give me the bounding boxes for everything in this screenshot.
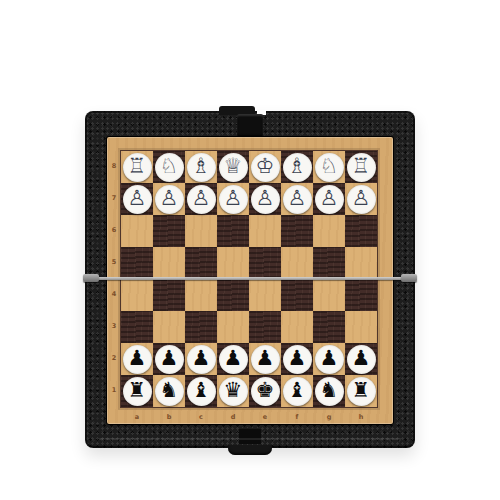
white-piece-glyph: ♗ [288,156,307,177]
chess-case: ♖♘♗♕♔♗♘♖♙♙♙♙♙♙♙♙♟♟♟♟♟♟♟♟♜♞♝♛♚♝♞♜ 8765432… [85,111,415,448]
piece-bP-f2[interactable]: ♟ [283,345,312,374]
square-a5[interactable] [121,247,153,279]
white-piece-glyph: ♘ [160,156,179,177]
piece-bP-h2[interactable]: ♟ [347,345,376,374]
piece-bB-c1[interactable]: ♝ [187,377,216,406]
piece-bP-d2[interactable]: ♟ [219,345,248,374]
square-a3[interactable] [121,311,153,343]
black-piece-glyph: ♚ [256,380,275,401]
white-piece-glyph: ♙ [224,188,243,209]
square-h1[interactable]: ♜ [345,375,377,407]
fold-seam [85,277,415,280]
square-d2[interactable]: ♟ [217,343,249,375]
square-e2[interactable]: ♟ [249,343,281,375]
piece-wP-d7[interactable]: ♙ [219,185,248,214]
square-c4[interactable] [185,279,217,311]
white-piece-glyph: ♖ [128,156,147,177]
square-f5[interactable] [281,247,313,279]
black-piece-glyph: ♟ [224,348,243,369]
square-g7[interactable]: ♙ [313,183,345,215]
file-label-c: c [185,411,217,422]
white-piece-glyph: ♙ [128,188,147,209]
square-d8[interactable]: ♕ [217,151,249,183]
white-piece-glyph: ♗ [192,156,211,177]
right-hinge [401,274,417,282]
square-d3[interactable] [217,311,249,343]
square-h7[interactable]: ♙ [345,183,377,215]
square-a4[interactable] [121,279,153,311]
white-piece-glyph: ♘ [320,156,339,177]
square-b7[interactable]: ♙ [153,183,185,215]
black-piece-glyph: ♟ [352,348,371,369]
rank-label-1: 1 [109,374,119,406]
file-label-g: g [313,411,345,422]
square-a8[interactable]: ♖ [121,151,153,183]
square-c7[interactable]: ♙ [185,183,217,215]
white-piece-glyph: ♙ [192,188,211,209]
rank-label-5: 5 [109,246,119,278]
black-piece-glyph: ♟ [192,348,211,369]
white-piece-glyph: ♕ [224,156,243,177]
bottom-latch-keeper [239,428,261,444]
white-piece-glyph: ♙ [288,188,307,209]
latch-mechanism [237,114,263,137]
piece-wP-b7[interactable]: ♙ [155,185,184,214]
chess-board: ♖♘♗♕♔♗♘♖♙♙♙♙♙♙♙♙♟♟♟♟♟♟♟♟♜♞♝♛♚♝♞♜ 8765432… [107,137,393,424]
piece-wP-c7[interactable]: ♙ [187,185,216,214]
piece-wP-g7[interactable]: ♙ [315,185,344,214]
square-b5[interactable] [153,247,185,279]
square-f6[interactable] [281,215,313,247]
file-label-h: h [345,411,377,422]
square-e3[interactable] [249,311,281,343]
piece-bQ-d1[interactable]: ♛ [219,377,248,406]
piece-bR-h1[interactable]: ♜ [347,377,376,406]
white-piece-glyph: ♙ [256,188,275,209]
white-piece-glyph: ♔ [256,156,275,177]
piece-wN-b8[interactable]: ♘ [155,153,184,182]
black-piece-glyph: ♟ [128,348,147,369]
piece-wP-h7[interactable]: ♙ [347,185,376,214]
square-d5[interactable] [217,247,249,279]
square-a2[interactable]: ♟ [121,343,153,375]
piece-wN-g8[interactable]: ♘ [315,153,344,182]
square-g2[interactable]: ♟ [313,343,345,375]
square-b1[interactable]: ♞ [153,375,185,407]
square-f2[interactable]: ♟ [281,343,313,375]
left-hinge [83,274,99,282]
piece-bP-g2[interactable]: ♟ [315,345,344,374]
square-d7[interactable]: ♙ [217,183,249,215]
bottom-frame-highlight [99,438,401,440]
piece-bP-b2[interactable]: ♟ [155,345,184,374]
square-e4[interactable] [249,279,281,311]
piece-wQ-d8[interactable]: ♕ [219,153,248,182]
square-h2[interactable]: ♟ [345,343,377,375]
square-f8[interactable]: ♗ [281,151,313,183]
black-piece-glyph: ♟ [320,348,339,369]
product-photo: ♖♘♗♕♔♗♘♖♙♙♙♙♙♙♙♙♟♟♟♟♟♟♟♟♜♞♝♛♚♝♞♜ 8765432… [0,0,500,500]
piece-wP-f7[interactable]: ♙ [283,185,312,214]
square-b4[interactable] [153,279,185,311]
square-b3[interactable] [153,311,185,343]
square-c1[interactable]: ♝ [185,375,217,407]
rank-label-4: 4 [109,278,119,310]
black-piece-glyph: ♜ [352,380,371,401]
black-piece-glyph: ♞ [320,380,339,401]
square-b8[interactable]: ♘ [153,151,185,183]
piece-bP-c2[interactable]: ♟ [187,345,216,374]
square-f7[interactable]: ♙ [281,183,313,215]
square-h6[interactable] [345,215,377,247]
square-d4[interactable] [217,279,249,311]
square-g1[interactable]: ♞ [313,375,345,407]
square-a7[interactable]: ♙ [121,183,153,215]
square-e7[interactable]: ♙ [249,183,281,215]
square-f3[interactable] [281,311,313,343]
rank-label-3: 3 [109,310,119,342]
piece-wP-a7[interactable]: ♙ [123,185,152,214]
bottom-tab [228,445,272,455]
piece-bP-a2[interactable]: ♟ [123,345,152,374]
square-d6[interactable] [217,215,249,247]
black-piece-glyph: ♜ [128,380,147,401]
white-piece-glyph: ♙ [352,188,371,209]
square-g8[interactable]: ♘ [313,151,345,183]
square-a1[interactable]: ♜ [121,375,153,407]
square-f1[interactable]: ♝ [281,375,313,407]
square-d1[interactable]: ♛ [217,375,249,407]
black-piece-glyph: ♟ [288,348,307,369]
file-label-e: e [249,411,281,422]
black-piece-glyph: ♟ [256,348,275,369]
square-g6[interactable] [313,215,345,247]
file-label-d: d [217,411,249,422]
piece-wB-c8[interactable]: ♗ [187,153,216,182]
piece-wR-a8[interactable]: ♖ [123,153,152,182]
square-c3[interactable] [185,311,217,343]
square-h5[interactable] [345,247,377,279]
file-label-b: b [153,411,185,422]
square-g4[interactable] [313,279,345,311]
piece-wP-e7[interactable]: ♙ [251,185,280,214]
rank-label-7: 7 [109,182,119,214]
square-c6[interactable] [185,215,217,247]
piece-bP-e2[interactable]: ♟ [251,345,280,374]
square-g3[interactable] [313,311,345,343]
square-c8[interactable]: ♗ [185,151,217,183]
black-piece-glyph: ♛ [224,380,243,401]
file-label-f: f [281,411,313,422]
square-e6[interactable] [249,215,281,247]
black-piece-glyph: ♞ [160,380,179,401]
piece-wB-f8[interactable]: ♗ [283,153,312,182]
square-e1[interactable]: ♚ [249,375,281,407]
square-e5[interactable] [249,247,281,279]
file-label-a: a [121,411,153,422]
rank-label-8: 8 [109,150,119,182]
rank-label-6: 6 [109,214,119,246]
square-a6[interactable] [121,215,153,247]
piece-bR-a1[interactable]: ♜ [123,377,152,406]
piece-wR-h8[interactable]: ♖ [347,153,376,182]
square-c5[interactable] [185,247,217,279]
square-b6[interactable] [153,215,185,247]
piece-bN-b1[interactable]: ♞ [155,377,184,406]
black-piece-glyph: ♝ [192,380,211,401]
square-g5[interactable] [313,247,345,279]
square-h8[interactable]: ♖ [345,151,377,183]
piece-wK-e8[interactable]: ♔ [251,153,280,182]
piece-bN-g1[interactable]: ♞ [315,377,344,406]
piece-bK-e1[interactable]: ♚ [251,377,280,406]
white-piece-glyph: ♙ [320,188,339,209]
square-c2[interactable]: ♟ [185,343,217,375]
white-piece-glyph: ♖ [352,156,371,177]
white-piece-glyph: ♙ [160,188,179,209]
rank-label-2: 2 [109,342,119,374]
square-h4[interactable] [345,279,377,311]
square-h3[interactable] [345,311,377,343]
black-piece-glyph: ♝ [288,380,307,401]
square-f4[interactable] [281,279,313,311]
piece-bB-f1[interactable]: ♝ [283,377,312,406]
black-piece-glyph: ♟ [160,348,179,369]
square-e8[interactable]: ♔ [249,151,281,183]
square-b2[interactable]: ♟ [153,343,185,375]
